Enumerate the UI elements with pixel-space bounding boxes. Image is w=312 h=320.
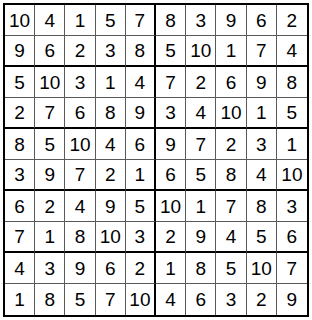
sudoku-board: 1041578396296238510174510314726982768934… xyxy=(3,3,309,317)
cell-r10c7[interactable]: 6 xyxy=(186,284,216,315)
cell-r5c1[interactable]: 8 xyxy=(5,129,35,160)
cell-r7c8[interactable]: 7 xyxy=(216,191,246,222)
cell-r6c8[interactable]: 8 xyxy=(216,160,246,191)
cell-r7c10[interactable]: 3 xyxy=(277,191,307,222)
cell-r2c8[interactable]: 1 xyxy=(216,36,246,67)
cell-r1c1[interactable]: 10 xyxy=(5,5,35,36)
cell-r2c2[interactable]: 6 xyxy=(35,36,65,67)
cell-r5c8[interactable]: 2 xyxy=(216,129,246,160)
sudoku-page: 1041578396296238510174510314726982768934… xyxy=(0,0,312,320)
cell-r3c7[interactable]: 2 xyxy=(186,67,216,98)
cell-r2c7[interactable]: 10 xyxy=(186,36,216,67)
cell-r7c7[interactable]: 1 xyxy=(186,191,216,222)
cell-r7c5[interactable]: 5 xyxy=(126,191,156,222)
cell-r10c4[interactable]: 7 xyxy=(96,284,126,315)
cell-r6c7[interactable]: 5 xyxy=(186,160,216,191)
cell-r4c8[interactable]: 10 xyxy=(216,98,246,129)
cell-r8c4[interactable]: 10 xyxy=(96,222,126,253)
cell-r2c10[interactable]: 4 xyxy=(277,36,307,67)
cell-r9c8[interactable]: 5 xyxy=(216,253,246,284)
cell-r10c2[interactable]: 8 xyxy=(35,284,65,315)
cell-r8c10[interactable]: 6 xyxy=(277,222,307,253)
cell-r1c6[interactable]: 8 xyxy=(156,5,186,36)
cell-r2c4[interactable]: 3 xyxy=(96,36,126,67)
cell-r10c10[interactable]: 9 xyxy=(277,284,307,315)
cell-r2c5[interactable]: 8 xyxy=(126,36,156,67)
cell-r4c7[interactable]: 4 xyxy=(186,98,216,129)
cell-r1c10[interactable]: 2 xyxy=(277,5,307,36)
cell-r3c6[interactable]: 7 xyxy=(156,67,186,98)
cell-r5c5[interactable]: 6 xyxy=(126,129,156,160)
cell-r4c6[interactable]: 3 xyxy=(156,98,186,129)
cell-r8c3[interactable]: 8 xyxy=(65,222,95,253)
cell-r7c1[interactable]: 6 xyxy=(5,191,35,222)
cell-r4c3[interactable]: 6 xyxy=(65,98,95,129)
cell-r7c4[interactable]: 9 xyxy=(96,191,126,222)
cell-r1c3[interactable]: 1 xyxy=(65,5,95,36)
cell-r1c2[interactable]: 4 xyxy=(35,5,65,36)
cell-r7c2[interactable]: 2 xyxy=(35,191,65,222)
cell-r9c6[interactable]: 1 xyxy=(156,253,186,284)
cell-r8c8[interactable]: 4 xyxy=(216,222,246,253)
cell-r10c6[interactable]: 4 xyxy=(156,284,186,315)
cell-r6c6[interactable]: 6 xyxy=(156,160,186,191)
cell-r9c2[interactable]: 3 xyxy=(35,253,65,284)
cell-r10c1[interactable]: 1 xyxy=(5,284,35,315)
cell-r6c4[interactable]: 2 xyxy=(96,160,126,191)
cell-r2c1[interactable]: 9 xyxy=(5,36,35,67)
cell-r8c1[interactable]: 7 xyxy=(5,222,35,253)
cell-r9c7[interactable]: 8 xyxy=(186,253,216,284)
cell-r3c5[interactable]: 4 xyxy=(126,67,156,98)
cell-r3c10[interactable]: 8 xyxy=(277,67,307,98)
cell-r7c3[interactable]: 4 xyxy=(65,191,95,222)
cell-r2c3[interactable]: 2 xyxy=(65,36,95,67)
cell-r3c9[interactable]: 9 xyxy=(247,67,277,98)
cell-r5c9[interactable]: 3 xyxy=(247,129,277,160)
cell-r4c5[interactable]: 9 xyxy=(126,98,156,129)
cell-r6c2[interactable]: 9 xyxy=(35,160,65,191)
cell-r10c9[interactable]: 2 xyxy=(247,284,277,315)
cell-r1c9[interactable]: 6 xyxy=(247,5,277,36)
cell-r8c2[interactable]: 1 xyxy=(35,222,65,253)
cell-r4c4[interactable]: 8 xyxy=(96,98,126,129)
cell-r5c6[interactable]: 9 xyxy=(156,129,186,160)
cell-r5c7[interactable]: 7 xyxy=(186,129,216,160)
cell-r9c4[interactable]: 6 xyxy=(96,253,126,284)
cell-r2c9[interactable]: 7 xyxy=(247,36,277,67)
cell-r4c2[interactable]: 7 xyxy=(35,98,65,129)
cell-r9c9[interactable]: 10 xyxy=(247,253,277,284)
cell-r5c3[interactable]: 10 xyxy=(65,129,95,160)
cell-r6c1[interactable]: 3 xyxy=(5,160,35,191)
cell-r1c4[interactable]: 5 xyxy=(96,5,126,36)
cell-r9c5[interactable]: 2 xyxy=(126,253,156,284)
cell-r1c8[interactable]: 9 xyxy=(216,5,246,36)
cell-r10c8[interactable]: 3 xyxy=(216,284,246,315)
cell-r8c6[interactable]: 2 xyxy=(156,222,186,253)
cell-r4c9[interactable]: 1 xyxy=(247,98,277,129)
cell-r6c3[interactable]: 7 xyxy=(65,160,95,191)
cell-r7c6[interactable]: 10 xyxy=(156,191,186,222)
cell-r6c10[interactable]: 10 xyxy=(277,160,307,191)
cell-r3c4[interactable]: 1 xyxy=(96,67,126,98)
cell-r7c9[interactable]: 8 xyxy=(247,191,277,222)
cell-r5c2[interactable]: 5 xyxy=(35,129,65,160)
cell-r5c4[interactable]: 4 xyxy=(96,129,126,160)
cell-r4c1[interactable]: 2 xyxy=(5,98,35,129)
cell-r1c7[interactable]: 3 xyxy=(186,5,216,36)
cell-r6c9[interactable]: 4 xyxy=(247,160,277,191)
cell-r3c8[interactable]: 6 xyxy=(216,67,246,98)
cell-r4c10[interactable]: 5 xyxy=(277,98,307,129)
cell-r8c7[interactable]: 9 xyxy=(186,222,216,253)
cell-r9c10[interactable]: 7 xyxy=(277,253,307,284)
cell-r10c5[interactable]: 10 xyxy=(126,284,156,315)
cell-r2c6[interactable]: 5 xyxy=(156,36,186,67)
cell-r8c5[interactable]: 3 xyxy=(126,222,156,253)
cell-r8c9[interactable]: 5 xyxy=(247,222,277,253)
cell-r9c3[interactable]: 9 xyxy=(65,253,95,284)
cell-r10c3[interactable]: 5 xyxy=(65,284,95,315)
cell-r3c2[interactable]: 10 xyxy=(35,67,65,98)
cell-r3c1[interactable]: 5 xyxy=(5,67,35,98)
cell-r3c3[interactable]: 3 xyxy=(65,67,95,98)
cell-r1c5[interactable]: 7 xyxy=(126,5,156,36)
cell-r9c1[interactable]: 4 xyxy=(5,253,35,284)
cell-r6c5[interactable]: 1 xyxy=(126,160,156,191)
cell-r5c10[interactable]: 1 xyxy=(277,129,307,160)
